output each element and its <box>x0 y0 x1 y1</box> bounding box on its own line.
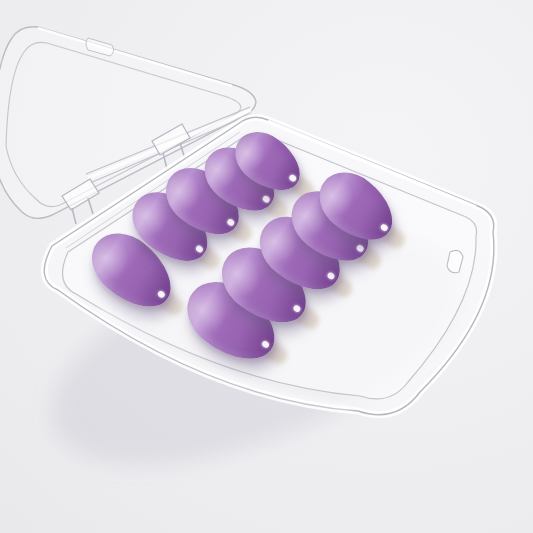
photo-background-surface <box>0 0 533 533</box>
press-on-nails-group <box>0 0 533 533</box>
